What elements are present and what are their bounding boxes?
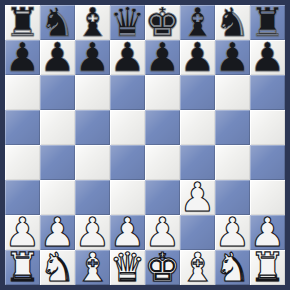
square-d5[interactable] — [110, 110, 145, 145]
square-f7[interactable]: ♟ — [180, 40, 215, 75]
piece-white-queen: ♛ — [110, 247, 146, 287]
chess-board: ♜♞♝♛♚♝♞♜♟♟♟♟♟♟♟♟♟♟♟♟♟♟♟♟♜♞♝♛♚♝♞♜ — [5, 5, 285, 285]
piece-white-pawn: ♟ — [180, 177, 216, 217]
piece-white-knight: ♞ — [215, 247, 251, 287]
square-e1[interactable]: ♚ — [145, 250, 180, 285]
piece-black-pawn: ♟ — [110, 37, 146, 77]
square-e6[interactable] — [145, 75, 180, 110]
square-f1[interactable]: ♝ — [180, 250, 215, 285]
square-g6[interactable] — [215, 75, 250, 110]
square-h4[interactable] — [250, 145, 285, 180]
square-g7[interactable]: ♟ — [215, 40, 250, 75]
square-f5[interactable] — [180, 110, 215, 145]
square-h5[interactable] — [250, 110, 285, 145]
square-b1[interactable]: ♞ — [40, 250, 75, 285]
piece-black-pawn: ♟ — [250, 37, 286, 77]
square-c7[interactable]: ♟ — [75, 40, 110, 75]
square-c1[interactable]: ♝ — [75, 250, 110, 285]
square-f6[interactable] — [180, 75, 215, 110]
square-f3[interactable]: ♟ — [180, 180, 215, 215]
square-c6[interactable] — [75, 75, 110, 110]
piece-black-pawn: ♟ — [75, 37, 111, 77]
square-e4[interactable] — [145, 145, 180, 180]
square-c4[interactable] — [75, 145, 110, 180]
square-h1[interactable]: ♜ — [250, 250, 285, 285]
square-e7[interactable]: ♟ — [145, 40, 180, 75]
board-frame: ♜♞♝♛♚♝♞♜♟♟♟♟♟♟♟♟♟♟♟♟♟♟♟♟♜♞♝♛♚♝♞♜ — [0, 0, 290, 290]
square-e5[interactable] — [145, 110, 180, 145]
piece-white-rook: ♜ — [5, 247, 41, 287]
square-g5[interactable] — [215, 110, 250, 145]
piece-black-pawn: ♟ — [5, 37, 41, 77]
square-b5[interactable] — [40, 110, 75, 145]
square-a6[interactable] — [5, 75, 40, 110]
piece-white-king: ♚ — [145, 247, 181, 287]
square-b6[interactable] — [40, 75, 75, 110]
chess-app-screen: ♜♞♝♛♚♝♞♜♟♟♟♟♟♟♟♟♟♟♟♟♟♟♟♟♜♞♝♛♚♝♞♜ — [0, 0, 290, 290]
square-d4[interactable] — [110, 145, 145, 180]
piece-white-bishop: ♝ — [180, 247, 216, 287]
piece-black-pawn: ♟ — [40, 37, 76, 77]
piece-black-pawn: ♟ — [145, 37, 181, 77]
square-d6[interactable] — [110, 75, 145, 110]
square-h7[interactable]: ♟ — [250, 40, 285, 75]
piece-white-bishop: ♝ — [75, 247, 111, 287]
square-c5[interactable] — [75, 110, 110, 145]
square-b4[interactable] — [40, 145, 75, 180]
square-h6[interactable] — [250, 75, 285, 110]
square-a7[interactable]: ♟ — [5, 40, 40, 75]
square-d7[interactable]: ♟ — [110, 40, 145, 75]
square-a4[interactable] — [5, 145, 40, 180]
square-d1[interactable]: ♛ — [110, 250, 145, 285]
piece-white-rook: ♜ — [250, 247, 286, 287]
square-b7[interactable]: ♟ — [40, 40, 75, 75]
piece-white-knight: ♞ — [40, 247, 76, 287]
square-a1[interactable]: ♜ — [5, 250, 40, 285]
piece-black-pawn: ♟ — [215, 37, 251, 77]
piece-black-pawn: ♟ — [180, 37, 216, 77]
square-g4[interactable] — [215, 145, 250, 180]
square-a5[interactable] — [5, 110, 40, 145]
square-g1[interactable]: ♞ — [215, 250, 250, 285]
